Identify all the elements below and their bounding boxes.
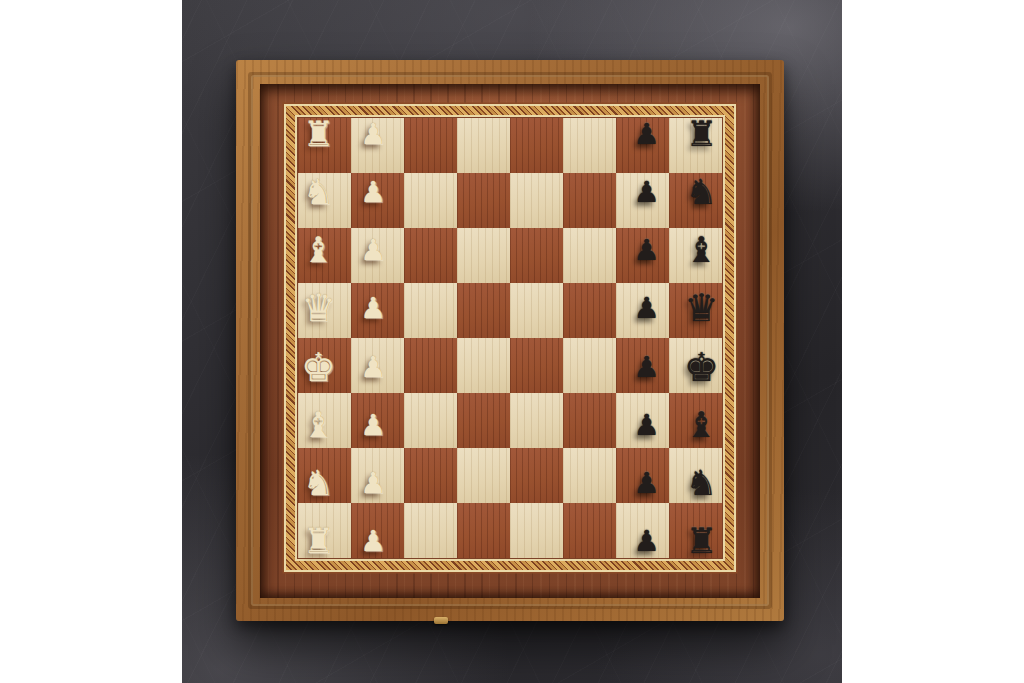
white-pawn: ♟ — [347, 339, 400, 394]
square-b4 — [457, 173, 510, 228]
chess-board: ♜♟♟♜♞♟♟♞♝♟♟♝♛♟♟♛♚♟♟♚♝♟♟♝♞♟♟♞♜♟♟♜ — [298, 118, 722, 558]
slate-background: ♜♟♟♜♞♟♟♞♝♟♟♝♛♟♟♛♚♟♟♚♝♟♟♝♞♟♟♞♜♟♟♜ — [182, 0, 842, 683]
square-e3 — [404, 338, 457, 393]
square-a5 — [510, 118, 563, 173]
square-h3 — [404, 503, 457, 558]
square-d5 — [510, 283, 563, 338]
white-rook: ♜ — [292, 107, 345, 162]
wooden-chess-box: ♜♟♟♜♞♟♟♞♝♟♟♝♛♟♟♛♚♟♟♚♝♟♟♝♞♟♟♞♜♟♟♜ — [236, 60, 784, 621]
square-f4 — [457, 393, 510, 448]
square-e2: ♟ — [351, 338, 404, 393]
square-f6 — [563, 393, 616, 448]
square-h8: ♜ — [669, 503, 722, 558]
white-pawn: ♟ — [347, 107, 400, 162]
black-pawn: ♟ — [620, 281, 673, 336]
square-g7: ♟ — [616, 448, 669, 503]
square-a3 — [404, 118, 457, 173]
square-h6 — [563, 503, 616, 558]
square-d6 — [563, 283, 616, 338]
square-a4 — [457, 118, 510, 173]
laurel-inlay-border: ♜♟♟♜♞♟♟♞♝♟♟♝♛♟♟♛♚♟♟♚♝♟♟♝♞♟♟♞♜♟♟♜ — [286, 106, 734, 570]
square-b7: ♟ — [616, 173, 669, 228]
white-queen: ♛ — [292, 281, 345, 336]
square-c3 — [404, 228, 457, 283]
white-bishop: ♝ — [292, 397, 345, 452]
square-d7: ♟ — [616, 283, 669, 338]
brass-clasp — [434, 617, 448, 624]
square-f1: ♝ — [298, 393, 351, 448]
square-g1: ♞ — [298, 448, 351, 503]
square-c4 — [457, 228, 510, 283]
white-king: ♚ — [292, 339, 345, 394]
square-e6 — [563, 338, 616, 393]
black-bishop: ♝ — [675, 397, 728, 452]
product-photo-canvas: ♜♟♟♜♞♟♟♞♝♟♟♝♛♟♟♛♚♟♟♚♝♟♟♝♞♟♟♞♜♟♟♜ — [0, 0, 1024, 683]
square-f8: ♝ — [669, 393, 722, 448]
square-d2: ♟ — [351, 283, 404, 338]
square-g8: ♞ — [669, 448, 722, 503]
black-queen: ♛ — [675, 281, 728, 336]
square-f5 — [510, 393, 563, 448]
square-b5 — [510, 173, 563, 228]
square-e7: ♟ — [616, 338, 669, 393]
black-rook: ♜ — [675, 107, 728, 162]
black-knight: ♞ — [675, 165, 728, 220]
square-g5 — [510, 448, 563, 503]
square-g2: ♟ — [351, 448, 404, 503]
square-e4 — [457, 338, 510, 393]
black-king: ♚ — [675, 339, 728, 394]
square-b1: ♞ — [298, 173, 351, 228]
white-pawn: ♟ — [347, 397, 400, 452]
white-pawn: ♟ — [347, 513, 400, 568]
square-h2: ♟ — [351, 503, 404, 558]
square-h4 — [457, 503, 510, 558]
square-c1: ♝ — [298, 228, 351, 283]
black-pawn: ♟ — [620, 107, 673, 162]
square-c7: ♟ — [616, 228, 669, 283]
black-rook: ♜ — [675, 513, 728, 568]
square-a6 — [563, 118, 616, 173]
square-c6 — [563, 228, 616, 283]
square-f3 — [404, 393, 457, 448]
square-b6 — [563, 173, 616, 228]
square-d4 — [457, 283, 510, 338]
black-pawn: ♟ — [620, 513, 673, 568]
square-b2: ♟ — [351, 173, 404, 228]
white-knight: ♞ — [292, 165, 345, 220]
square-f2: ♟ — [351, 393, 404, 448]
square-g6 — [563, 448, 616, 503]
white-rook: ♜ — [292, 513, 345, 568]
square-d3 — [404, 283, 457, 338]
square-d1: ♛ — [298, 283, 351, 338]
black-bishop: ♝ — [675, 223, 728, 278]
square-e5 — [510, 338, 563, 393]
square-d8: ♛ — [669, 283, 722, 338]
square-b3 — [404, 173, 457, 228]
square-g4 — [457, 448, 510, 503]
black-pawn: ♟ — [620, 339, 673, 394]
square-h5 — [510, 503, 563, 558]
black-pawn: ♟ — [620, 223, 673, 278]
square-h7: ♟ — [616, 503, 669, 558]
square-g3 — [404, 448, 457, 503]
square-e1: ♚ — [298, 338, 351, 393]
black-pawn: ♟ — [620, 165, 673, 220]
square-f7: ♟ — [616, 393, 669, 448]
square-c8: ♝ — [669, 228, 722, 283]
square-b8: ♞ — [669, 173, 722, 228]
white-bishop: ♝ — [292, 223, 345, 278]
white-pawn: ♟ — [347, 165, 400, 220]
square-h1: ♜ — [298, 503, 351, 558]
white-pawn: ♟ — [347, 223, 400, 278]
square-c2: ♟ — [351, 228, 404, 283]
square-c5 — [510, 228, 563, 283]
white-pawn: ♟ — [347, 281, 400, 336]
square-e8: ♚ — [669, 338, 722, 393]
black-pawn: ♟ — [620, 397, 673, 452]
walnut-board-surface: ♜♟♟♜♞♟♟♞♝♟♟♝♛♟♟♛♚♟♟♚♝♟♟♝♞♟♟♞♜♟♟♜ — [260, 84, 760, 598]
